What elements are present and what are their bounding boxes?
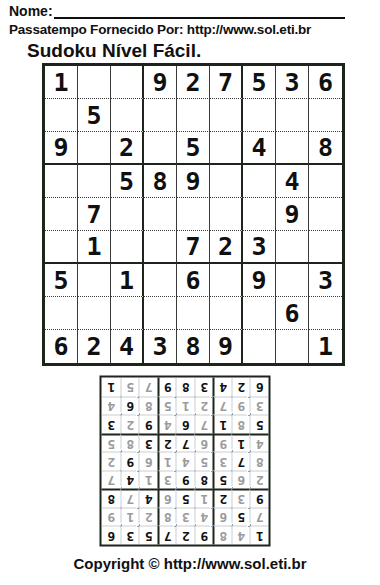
puzzle-cell-r8c1 — [45, 297, 78, 330]
sudoku-puzzle-grid: 192753659254858947917235169366243891 — [42, 63, 345, 366]
solution-cell-r6c1: 4 — [250, 434, 269, 453]
solution-cell-r7c3: 1 — [213, 415, 232, 434]
puzzle-cell-r9c8 — [276, 330, 309, 363]
solution-cell-r1c6: 7 — [158, 526, 177, 545]
solution-cell-r4c9: 7 — [102, 471, 121, 490]
solution-cell-r3c1: 9 — [250, 489, 269, 508]
puzzle-cell-r3c6 — [210, 132, 243, 165]
page-title: Sudoku Nível Fácil. — [27, 40, 201, 62]
puzzle-cell-r4c3: 5 — [111, 165, 144, 198]
solution-cell-r3c8: 7 — [121, 489, 140, 508]
puzzle-cell-r1c2 — [78, 66, 111, 99]
puzzle-cell-r8c6 — [210, 297, 243, 330]
puzzle-cell-r8c9 — [309, 297, 342, 330]
name-row: Nome: — [9, 3, 345, 19]
solution-cell-r9c5: 8 — [176, 378, 195, 397]
puzzle-cell-r7c1: 5 — [45, 264, 78, 297]
solution-cell-r7c2: 8 — [232, 415, 251, 434]
puzzle-cell-r3c5: 5 — [177, 132, 210, 165]
puzzle-cell-r3c4 — [144, 132, 177, 165]
solution-cell-r9c1: 6 — [250, 378, 269, 397]
solution-cell-r8c7: 8 — [139, 397, 158, 416]
puzzle-cell-r8c8: 6 — [276, 297, 309, 330]
solution-cell-r3c4: 1 — [195, 489, 214, 508]
puzzle-cell-r2c7 — [243, 99, 276, 132]
solution-cell-r3c3: 2 — [213, 489, 232, 508]
puzzle-cell-r9c2: 2 — [78, 330, 111, 363]
solution-cell-r2c6: 8 — [158, 508, 177, 527]
solution-cell-r3c7: 4 — [139, 489, 158, 508]
puzzle-cell-r4c7 — [243, 165, 276, 198]
solution-cell-r8c1: 3 — [250, 397, 269, 416]
solution-cell-r1c5: 2 — [176, 526, 195, 545]
puzzle-cell-r9c1: 6 — [45, 330, 78, 363]
puzzle-cell-r7c4 — [144, 264, 177, 297]
puzzle-cell-r2c5 — [177, 99, 210, 132]
worksheet-page: Nome: Passatempo Fornecido Por: http://w… — [0, 0, 380, 585]
solution-cell-r3c5: 5 — [176, 489, 195, 508]
puzzle-cell-r9c7 — [243, 330, 276, 363]
solution-cell-r9c2: 2 — [232, 378, 251, 397]
puzzle-cell-r7c7: 9 — [243, 264, 276, 297]
puzzle-cell-r1c1: 1 — [45, 66, 78, 99]
solution-cell-r8c3: 7 — [213, 397, 232, 416]
solution-cell-r7c7: 9 — [139, 415, 158, 434]
sudoku-solution-grid: 1489275367564382199321564782658931478735… — [100, 376, 271, 547]
solution-cell-r3c6: 6 — [158, 489, 177, 508]
solution-cell-r5c3: 3 — [213, 452, 232, 471]
solution-cell-r9c7: 7 — [139, 378, 158, 397]
puzzle-cell-r1c5: 2 — [177, 66, 210, 99]
puzzle-cell-r4c2 — [78, 165, 111, 198]
puzzle-cell-r5c2: 7 — [78, 198, 111, 231]
solution-cell-r8c9: 4 — [102, 397, 121, 416]
solution-cell-r8c5: 1 — [176, 397, 195, 416]
puzzle-cell-r8c7 — [243, 297, 276, 330]
puzzle-cell-r4c9 — [309, 165, 342, 198]
solution-cell-r6c7: 3 — [139, 434, 158, 453]
solution-cell-r2c8: 1 — [121, 508, 140, 527]
solution-cell-r7c9: 3 — [102, 415, 121, 434]
puzzle-cell-r6c1 — [45, 231, 78, 264]
puzzle-cell-r6c3 — [111, 231, 144, 264]
puzzle-cell-r3c8 — [276, 132, 309, 165]
puzzle-cell-r5c5 — [177, 198, 210, 231]
solution-cell-r3c9: 8 — [102, 489, 121, 508]
puzzle-cell-r4c1 — [45, 165, 78, 198]
solution-cell-r6c6: 2 — [158, 434, 177, 453]
puzzle-cell-r1c9: 6 — [309, 66, 342, 99]
solution-cell-r7c6: 4 — [158, 415, 177, 434]
puzzle-cell-r9c9: 1 — [309, 330, 342, 363]
solution-cell-r9c3: 4 — [213, 378, 232, 397]
puzzle-cell-r8c4 — [144, 297, 177, 330]
solution-cell-r9c4: 3 — [195, 378, 214, 397]
puzzle-cell-r5c9 — [309, 198, 342, 231]
puzzle-cell-r8c2 — [78, 297, 111, 330]
solution-cell-r5c8: 9 — [121, 452, 140, 471]
solution-cell-r9c8: 5 — [121, 378, 140, 397]
solution-cell-r8c6: 5 — [158, 397, 177, 416]
puzzle-cell-r2c8 — [276, 99, 309, 132]
puzzle-cell-r5c8: 9 — [276, 198, 309, 231]
solution-cell-r6c4: 6 — [195, 434, 214, 453]
puzzle-cell-r5c6 — [210, 198, 243, 231]
solution-cell-r2c9: 9 — [102, 508, 121, 527]
name-label: Nome: — [9, 3, 53, 19]
puzzle-cell-r1c8: 3 — [276, 66, 309, 99]
puzzle-cell-r7c5: 6 — [177, 264, 210, 297]
puzzle-cell-r3c9: 8 — [309, 132, 342, 165]
puzzle-cell-r1c7: 5 — [243, 66, 276, 99]
solution-cell-r9c6: 9 — [158, 378, 177, 397]
puzzle-cell-r2c2: 5 — [78, 99, 111, 132]
puzzle-cell-r7c2 — [78, 264, 111, 297]
solution-cell-r2c2: 5 — [232, 508, 251, 527]
puzzle-cell-r6c7: 3 — [243, 231, 276, 264]
solution-cell-r8c4: 2 — [195, 397, 214, 416]
solution-cell-r9c9: 1 — [102, 378, 121, 397]
puzzle-cell-r8c5 — [177, 297, 210, 330]
solution-cell-r6c2: 1 — [232, 434, 251, 453]
solution-cell-r7c5: 6 — [176, 415, 195, 434]
provider-line: Passatempo Fornecido Por: http://www.sol… — [9, 22, 374, 37]
solution-cell-r4c1: 2 — [250, 471, 269, 490]
puzzle-cell-r4c4: 8 — [144, 165, 177, 198]
puzzle-cell-r2c3 — [111, 99, 144, 132]
puzzle-cell-r9c4: 3 — [144, 330, 177, 363]
solution-cell-r1c8: 3 — [121, 526, 140, 545]
solution-cell-r4c6: 3 — [158, 471, 177, 490]
puzzle-cell-r9c6: 9 — [210, 330, 243, 363]
solution-cell-r2c7: 2 — [139, 508, 158, 527]
solution-cell-r5c4: 5 — [195, 452, 214, 471]
solution-cell-r7c1: 5 — [250, 415, 269, 434]
puzzle-cell-r5c7 — [243, 198, 276, 231]
puzzle-cell-r5c4 — [144, 198, 177, 231]
puzzle-cell-r5c1 — [45, 198, 78, 231]
puzzle-cell-r3c7: 4 — [243, 132, 276, 165]
copyright: Copyright © http://www.sol.eti.br — [0, 555, 380, 572]
puzzle-cell-r6c8 — [276, 231, 309, 264]
solution-cell-r1c4: 9 — [195, 526, 214, 545]
name-underline — [54, 5, 345, 19]
solution-cell-r2c4: 4 — [195, 508, 214, 527]
solution-cell-r6c3: 9 — [213, 434, 232, 453]
puzzle-cell-r6c6: 2 — [210, 231, 243, 264]
solution-cell-r4c3: 5 — [213, 471, 232, 490]
solution-cell-r7c8: 2 — [121, 415, 140, 434]
solution-cell-r4c8: 4 — [121, 471, 140, 490]
solution-cell-r1c2: 4 — [232, 526, 251, 545]
puzzle-cell-r7c8 — [276, 264, 309, 297]
solution-cell-r5c1: 8 — [250, 452, 269, 471]
solution-cell-r6c9: 5 — [102, 434, 121, 453]
puzzle-cell-r2c9 — [309, 99, 342, 132]
puzzle-cell-r6c2: 1 — [78, 231, 111, 264]
solution-cell-r4c5: 9 — [176, 471, 195, 490]
puzzle-cell-r2c6 — [210, 99, 243, 132]
puzzle-cell-r3c3: 2 — [111, 132, 144, 165]
solution-cell-r8c2: 9 — [232, 397, 251, 416]
puzzle-cell-r2c4 — [144, 99, 177, 132]
solution-cell-r5c5: 4 — [176, 452, 195, 471]
solution-cell-r3c2: 3 — [232, 489, 251, 508]
solution-cell-r1c3: 8 — [213, 526, 232, 545]
solution-cell-r8c8: 6 — [121, 397, 140, 416]
solution-cell-r2c5: 3 — [176, 508, 195, 527]
puzzle-cell-r8c3 — [111, 297, 144, 330]
puzzle-cell-r6c5: 7 — [177, 231, 210, 264]
solution-cell-r5c9: 2 — [102, 452, 121, 471]
puzzle-cell-r7c6 — [210, 264, 243, 297]
solution-cell-r1c1: 1 — [250, 526, 269, 545]
solution-cell-r4c2: 6 — [232, 471, 251, 490]
puzzle-cell-r3c1: 9 — [45, 132, 78, 165]
puzzle-cell-r6c9 — [309, 231, 342, 264]
solution-cell-r4c4: 8 — [195, 471, 214, 490]
puzzle-cell-r4c8: 4 — [276, 165, 309, 198]
puzzle-cell-r3c2 — [78, 132, 111, 165]
puzzle-cell-r9c3: 4 — [111, 330, 144, 363]
puzzle-cell-r4c5: 9 — [177, 165, 210, 198]
solution-cell-r1c9: 6 — [102, 526, 121, 545]
puzzle-cell-r4c6 — [210, 165, 243, 198]
puzzle-cell-r7c3: 1 — [111, 264, 144, 297]
solution-cell-r1c7: 5 — [139, 526, 158, 545]
puzzle-cell-r9c5: 8 — [177, 330, 210, 363]
puzzle-cell-r5c3 — [111, 198, 144, 231]
puzzle-cell-r1c4: 9 — [144, 66, 177, 99]
solution-cell-r5c2: 7 — [232, 452, 251, 471]
solution-cell-r7c4: 7 — [195, 415, 214, 434]
puzzle-cell-r1c6: 7 — [210, 66, 243, 99]
solution-cell-r5c7: 6 — [139, 452, 158, 471]
solution-cell-r6c8: 8 — [121, 434, 140, 453]
solution-cell-r5c6: 1 — [158, 452, 177, 471]
puzzle-cell-r1c3 — [111, 66, 144, 99]
puzzle-cell-r2c1 — [45, 99, 78, 132]
solution-cell-r6c5: 7 — [176, 434, 195, 453]
solution-cell-r2c3: 6 — [213, 508, 232, 527]
puzzle-cell-r6c4 — [144, 231, 177, 264]
solution-cell-r2c1: 7 — [250, 508, 269, 527]
puzzle-cell-r7c9: 3 — [309, 264, 342, 297]
solution-cell-r4c7: 1 — [139, 471, 158, 490]
